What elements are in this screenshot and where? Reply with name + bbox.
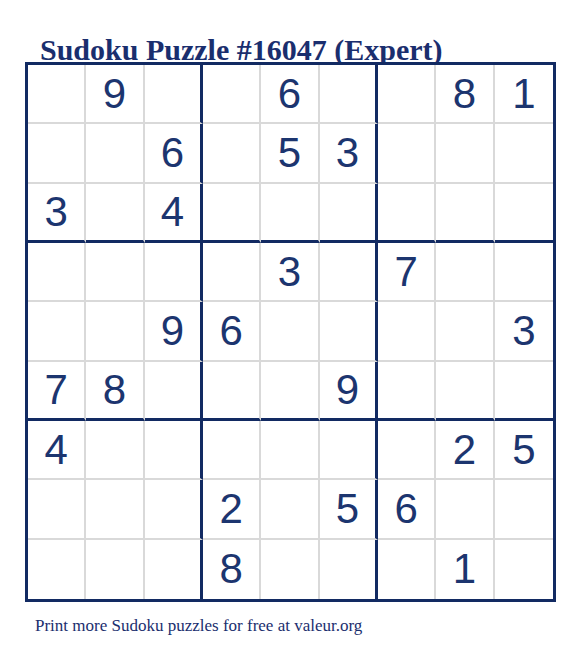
sudoku-cell-r2c7 [378,124,436,183]
sudoku-cell-r5c3: 9 [145,302,203,361]
sudoku-cell-r1c8: 8 [436,65,494,124]
sudoku-cell-r5c5 [261,302,319,361]
sudoku-cell-r8c5 [261,480,319,539]
sudoku-cell-r5c2 [86,302,144,361]
sudoku-cell-r7c2 [86,421,144,480]
sudoku-cell-r8c4: 2 [203,480,261,539]
sudoku-cell-r7c7 [378,421,436,480]
sudoku-cell-r5c1 [28,302,86,361]
sudoku-cell-r9c1 [28,540,86,599]
sudoku-cell-r2c3: 6 [145,124,203,183]
sudoku-cell-r5c7 [378,302,436,361]
sudoku-cell-r4c7: 7 [378,243,436,302]
footer-text: Print more Sudoku puzzles for free at va… [35,616,362,636]
sudoku-cell-r8c1 [28,480,86,539]
sudoku-cell-r2c9 [495,124,553,183]
sudoku-cell-r8c2 [86,480,144,539]
sudoku-page: Sudoku Puzzle #16047 (Expert) 9681653343… [0,0,580,651]
sudoku-cell-r7c3 [145,421,203,480]
sudoku-cell-r2c5: 5 [261,124,319,183]
sudoku-cell-r5c6 [320,302,378,361]
sudoku-cell-r5c9: 3 [495,302,553,361]
sudoku-cell-r3c6 [320,184,378,243]
sudoku-cell-r4c2 [86,243,144,302]
sudoku-cell-r7c1: 4 [28,421,86,480]
sudoku-cell-r2c2 [86,124,144,183]
sudoku-cell-r1c4 [203,65,261,124]
sudoku-cell-r3c1: 3 [28,184,86,243]
sudoku-cell-r9c7 [378,540,436,599]
sudoku-cell-r6c9 [495,362,553,421]
sudoku-cell-r6c8 [436,362,494,421]
sudoku-cell-r3c5 [261,184,319,243]
sudoku-cell-r6c3 [145,362,203,421]
sudoku-cell-r6c6: 9 [320,362,378,421]
sudoku-cell-r4c4 [203,243,261,302]
sudoku-cell-r1c9: 1 [495,65,553,124]
sudoku-cell-r6c5 [261,362,319,421]
sudoku-cell-r6c2: 8 [86,362,144,421]
sudoku-cell-r2c8 [436,124,494,183]
sudoku-cell-r2c6: 3 [320,124,378,183]
sudoku-cell-r9c8: 1 [436,540,494,599]
sudoku-cell-r1c6 [320,65,378,124]
sudoku-cell-r6c7 [378,362,436,421]
sudoku-cell-r8c6: 5 [320,480,378,539]
sudoku-cell-r1c2: 9 [86,65,144,124]
sudoku-cell-r6c1: 7 [28,362,86,421]
sudoku-cell-r2c1 [28,124,86,183]
sudoku-cell-r9c4: 8 [203,540,261,599]
sudoku-cell-r8c8 [436,480,494,539]
sudoku-cell-r6c4 [203,362,261,421]
sudoku-cell-r1c7 [378,65,436,124]
sudoku-cell-r2c4 [203,124,261,183]
sudoku-cell-r1c1 [28,65,86,124]
sudoku-cell-r8c7: 6 [378,480,436,539]
sudoku-cell-r4c3 [145,243,203,302]
sudoku-cell-r9c5 [261,540,319,599]
sudoku-cell-r4c9 [495,243,553,302]
sudoku-cell-r4c1 [28,243,86,302]
sudoku-cell-r9c2 [86,540,144,599]
sudoku-cell-r3c2 [86,184,144,243]
sudoku-cell-r5c4: 6 [203,302,261,361]
sudoku-cell-r1c3 [145,65,203,124]
sudoku-cell-r3c9 [495,184,553,243]
sudoku-cell-r9c6 [320,540,378,599]
sudoku-cell-r4c5: 3 [261,243,319,302]
sudoku-cell-r3c8 [436,184,494,243]
sudoku-cell-r8c3 [145,480,203,539]
sudoku-cell-r3c4 [203,184,261,243]
sudoku-cell-r4c6 [320,243,378,302]
sudoku-cell-r9c3 [145,540,203,599]
sudoku-cell-r3c7 [378,184,436,243]
sudoku-cell-r7c5 [261,421,319,480]
sudoku-cell-r8c9 [495,480,553,539]
sudoku-cell-r9c9 [495,540,553,599]
sudoku-cell-r5c8 [436,302,494,361]
sudoku-cell-r7c9: 5 [495,421,553,480]
sudoku-cell-r4c8 [436,243,494,302]
sudoku-cell-r7c6 [320,421,378,480]
sudoku-cell-r3c3: 4 [145,184,203,243]
sudoku-cell-r7c4 [203,421,261,480]
sudoku-board: 9681653343796378942525681 [25,62,556,602]
sudoku-cell-r7c8: 2 [436,421,494,480]
sudoku-cell-r1c5: 6 [261,65,319,124]
